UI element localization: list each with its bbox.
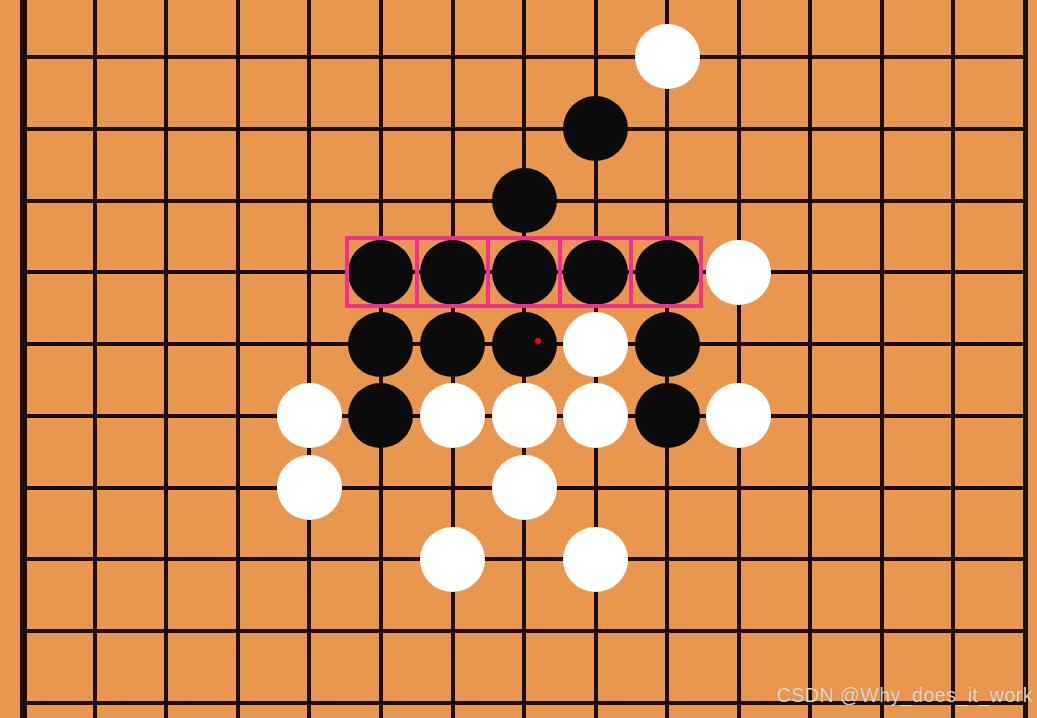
black-stone <box>420 312 485 377</box>
black-stone <box>348 240 413 305</box>
white-stone <box>492 383 557 448</box>
black-stone <box>348 383 413 448</box>
win-highlight-divider <box>415 236 419 308</box>
last-move-marker <box>535 338 541 344</box>
white-stone <box>420 383 485 448</box>
stone-grid-layer <box>0 21 1037 718</box>
white-stone <box>277 383 342 448</box>
gomoku-board[interactable]: CSDN @Why_does_it_work <box>0 0 1037 718</box>
white-stone <box>563 383 628 448</box>
black-stone <box>635 312 700 377</box>
win-highlight-divider <box>558 236 562 308</box>
black-stone <box>348 312 413 377</box>
white-stone <box>277 455 342 520</box>
black-stone <box>563 240 628 305</box>
white-stone <box>563 527 628 592</box>
black-stone <box>563 96 628 161</box>
black-stone <box>635 383 700 448</box>
white-stone <box>706 240 771 305</box>
white-stone <box>706 383 771 448</box>
white-stone <box>563 312 628 377</box>
black-stone <box>635 240 700 305</box>
win-highlight-divider <box>629 236 633 308</box>
black-stone <box>492 312 557 377</box>
white-stone <box>420 527 485 592</box>
white-stone <box>635 24 700 89</box>
black-stone <box>492 168 557 233</box>
win-highlight-divider <box>486 236 490 308</box>
black-stone <box>420 240 485 305</box>
white-stone <box>492 455 557 520</box>
black-stone <box>492 240 557 305</box>
watermark: CSDN @Why_does_it_work <box>777 684 1033 707</box>
